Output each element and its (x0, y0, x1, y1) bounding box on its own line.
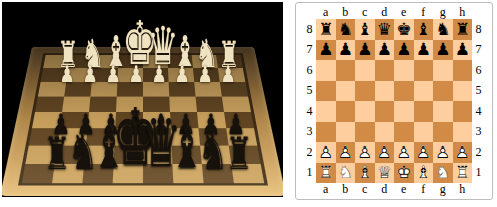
diagram-corner-spacer (472, 183, 485, 196)
square-h2: ♟♙ (453, 142, 473, 163)
square-f8: ♝ (414, 19, 434, 40)
black-knight: ♞ (338, 21, 353, 38)
white-pawn: ♟♙ (375, 142, 395, 163)
square-d8: ♛ (375, 19, 395, 40)
black-king: ♚ (396, 21, 411, 38)
square-a3 (316, 122, 336, 143)
file-label-bottom-h: h (453, 183, 473, 196)
diagram-corner-spacer (303, 6, 316, 19)
black-pawn: ♟ (396, 41, 411, 58)
white-pawn-outline: ♙ (355, 142, 375, 163)
square-a5 (316, 81, 336, 102)
white-pawn-outline: ♙ (336, 142, 356, 163)
white-king-outline: ♔ (394, 163, 414, 184)
square-c2: ♟♙ (355, 142, 375, 163)
black-pawn: ♟ (377, 41, 392, 58)
diagram-corner-spacer (303, 183, 316, 196)
square-b6 (336, 60, 356, 81)
square-g3 (433, 122, 453, 143)
square-g2: ♟♙ (433, 142, 453, 163)
photo-piece-white-pawn: ♟ (128, 63, 143, 86)
photo-piece-black-rook: ♜ (226, 131, 253, 176)
square-a7: ♟ (316, 40, 336, 61)
white-pawn: ♟♙ (394, 142, 414, 163)
file-label-top-f: f (414, 6, 434, 19)
square-e4 (394, 101, 414, 122)
square-f6 (414, 60, 434, 81)
white-pawn: ♟♙ (336, 142, 356, 163)
rank-label-right-1: 1 (472, 163, 485, 184)
white-pawn: ♟♙ (453, 142, 473, 163)
square-a8: ♜ (316, 19, 336, 40)
file-label-bottom-b: b (336, 183, 356, 196)
file-label-bottom-g: g (433, 183, 453, 196)
square-h6 (453, 60, 473, 81)
square-f2: ♟♙ (414, 142, 434, 163)
black-pawn: ♟ (318, 41, 333, 58)
black-pawn: ♟ (338, 41, 353, 58)
square-c8: ♝ (355, 19, 375, 40)
square-f4 (414, 101, 434, 122)
file-label-bottom-e: e (394, 183, 414, 196)
square-g1: ♞♘ (433, 163, 453, 184)
square-d6 (375, 60, 395, 81)
square-b4 (336, 101, 356, 122)
square-a1: ♜♖ (316, 163, 336, 184)
square-a4 (316, 101, 336, 122)
rank-label-left-1: 1 (303, 163, 316, 184)
square-e2: ♟♙ (394, 142, 414, 163)
black-pawn: ♟ (416, 41, 431, 58)
rank-label-left-2: 2 (303, 142, 316, 163)
black-rook: ♜ (318, 21, 333, 38)
file-label-bottom-f: f (414, 183, 434, 196)
white-pawn: ♟♙ (355, 142, 375, 163)
photo-chessboard-panel: ♜♞♝♚♛♝♞♜♟♟♟♟♟♟♟♟♟♟♟♟♟♟♟♟♜♞♝♚♛♝♞♜ (2, 2, 283, 197)
square-b7: ♟ (336, 40, 356, 61)
photo-piece-white-pawn: ♟ (105, 63, 120, 86)
square-e8: ♚ (394, 19, 414, 40)
square-c6 (355, 60, 375, 81)
rank-label-right-5: 5 (472, 81, 485, 102)
black-pawn: ♟ (455, 41, 470, 58)
white-pawn: ♟♙ (433, 142, 453, 163)
file-label-top-h: h (453, 6, 473, 19)
white-pawn-outline: ♙ (375, 142, 395, 163)
square-f5 (414, 81, 434, 102)
rank-label-left-7: 7 (303, 40, 316, 61)
rank-label-right-6: 6 (472, 60, 485, 81)
file-label-top-b: b (336, 6, 356, 19)
white-knight: ♞♘ (433, 163, 453, 184)
white-rook: ♜♖ (453, 163, 473, 184)
photo-pieces-layer: ♜♞♝♚♛♝♞♜♟♟♟♟♟♟♟♟♟♟♟♟♟♟♟♟♜♞♝♚♛♝♞♜ (2, 2, 283, 197)
square-h1: ♜♖ (453, 163, 473, 184)
black-bishop: ♝ (416, 21, 431, 38)
screenshot-stage: ♜♞♝♚♛♝♞♜♟♟♟♟♟♟♟♟♟♟♟♟♟♟♟♟♜♞♝♚♛♝♞♜ abcdefg… (0, 0, 497, 207)
file-label-top-a: a (316, 6, 336, 19)
white-pawn-outline: ♙ (414, 142, 434, 163)
photo-piece-white-pawn: ♟ (220, 63, 235, 86)
square-h5 (453, 81, 473, 102)
rank-label-left-5: 5 (303, 81, 316, 102)
black-rook: ♜ (455, 21, 470, 38)
square-c3 (355, 122, 375, 143)
square-b1: ♞♘ (336, 163, 356, 184)
rank-label-right-4: 4 (472, 101, 485, 122)
rank-label-left-6: 6 (303, 60, 316, 81)
square-a2: ♟♙ (316, 142, 336, 163)
square-h3 (453, 122, 473, 143)
white-knight: ♞♘ (336, 163, 356, 184)
white-rook-outline: ♖ (316, 163, 336, 184)
black-bishop: ♝ (357, 21, 372, 38)
square-b8: ♞ (336, 19, 356, 40)
black-pawn: ♟ (435, 41, 450, 58)
square-h7: ♟ (453, 40, 473, 61)
white-queen-outline: ♕ (375, 163, 395, 184)
black-knight: ♞ (435, 21, 450, 38)
white-knight-outline: ♘ (433, 163, 453, 184)
white-king: ♚♔ (394, 163, 414, 184)
square-h8: ♜ (453, 19, 473, 40)
square-e6 (394, 60, 414, 81)
square-c1: ♝♗ (355, 163, 375, 184)
photo-piece-white-pawn: ♟ (151, 63, 166, 86)
rank-label-left-3: 3 (303, 122, 316, 143)
square-c4 (355, 101, 375, 122)
white-knight-outline: ♘ (336, 163, 356, 184)
square-b5 (336, 81, 356, 102)
white-pawn-outline: ♙ (316, 142, 336, 163)
white-bishop: ♝♗ (355, 163, 375, 184)
square-f3 (414, 122, 434, 143)
black-pawn: ♟ (357, 41, 372, 58)
square-b2: ♟♙ (336, 142, 356, 163)
rank-label-right-2: 2 (472, 142, 485, 163)
file-label-top-e: e (394, 6, 414, 19)
white-pawn-outline: ♙ (394, 142, 414, 163)
diagram-grid: abcdefgh8♜♞♝♛♚♝♞♜87♟♟♟♟♟♟♟♟7665544332♟♙♟… (303, 6, 485, 196)
rank-label-right-8: 8 (472, 19, 485, 40)
square-a6 (316, 60, 336, 81)
square-f1: ♝♗ (414, 163, 434, 184)
square-c7: ♟ (355, 40, 375, 61)
white-bishop-outline: ♗ (414, 163, 434, 184)
photo-piece-white-pawn: ♟ (174, 63, 189, 86)
rank-label-right-7: 7 (472, 40, 485, 61)
file-label-top-d: d (375, 6, 395, 19)
square-d3 (375, 122, 395, 143)
square-d2: ♟♙ (375, 142, 395, 163)
file-label-bottom-a: a (316, 183, 336, 196)
rank-label-left-8: 8 (303, 19, 316, 40)
square-h4 (453, 101, 473, 122)
photo-piece-white-pawn: ♟ (59, 63, 74, 86)
white-rook-outline: ♖ (453, 163, 473, 184)
white-pawn: ♟♙ (414, 142, 434, 163)
square-g4 (433, 101, 453, 122)
square-d1: ♛♕ (375, 163, 395, 184)
square-d7: ♟ (375, 40, 395, 61)
chess-diagram-panel: abcdefgh8♜♞♝♛♚♝♞♜87♟♟♟♟♟♟♟♟7665544332♟♙♟… (295, 2, 493, 200)
square-b3 (336, 122, 356, 143)
square-d4 (375, 101, 395, 122)
square-d5 (375, 81, 395, 102)
white-pawn-outline: ♙ (433, 142, 453, 163)
file-label-top-g: g (433, 6, 453, 19)
square-c5 (355, 81, 375, 102)
file-label-bottom-c: c (355, 183, 375, 196)
rank-label-right-3: 3 (472, 122, 485, 143)
file-label-bottom-d: d (375, 183, 395, 196)
black-queen: ♛ (377, 21, 392, 38)
square-g6 (433, 60, 453, 81)
diagram-corner-spacer (472, 6, 485, 19)
photo-piece-white-pawn: ♟ (82, 63, 97, 86)
white-pawn-outline: ♙ (453, 142, 473, 163)
square-g8: ♞ (433, 19, 453, 40)
file-label-top-c: c (355, 6, 375, 19)
photo-piece-black-knight: ♞ (198, 125, 228, 176)
photo-piece-black-rook: ♜ (44, 131, 71, 176)
square-e5 (394, 81, 414, 102)
photo-piece-white-pawn: ♟ (197, 63, 212, 86)
white-rook: ♜♖ (316, 163, 336, 184)
white-pawn: ♟♙ (316, 142, 336, 163)
white-bishop-outline: ♗ (355, 163, 375, 184)
white-queen: ♛♕ (375, 163, 395, 184)
square-e3 (394, 122, 414, 143)
white-bishop: ♝♗ (414, 163, 434, 184)
square-f7: ♟ (414, 40, 434, 61)
square-e7: ♟ (394, 40, 414, 61)
square-g5 (433, 81, 453, 102)
square-e1: ♚♔ (394, 163, 414, 184)
rank-label-left-4: 4 (303, 101, 316, 122)
square-g7: ♟ (433, 40, 453, 61)
